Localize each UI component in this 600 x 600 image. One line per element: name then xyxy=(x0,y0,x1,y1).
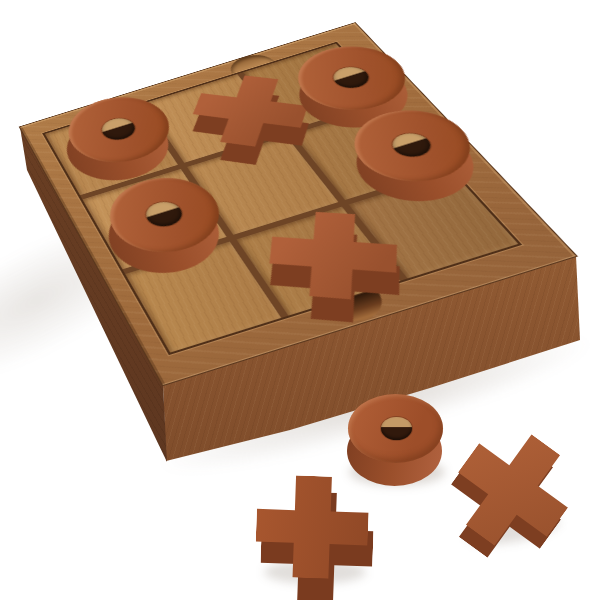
o-hole xyxy=(97,115,139,143)
o-hole xyxy=(328,63,375,91)
o-hole xyxy=(140,198,187,230)
o-hole xyxy=(381,417,412,440)
product-photo-scene xyxy=(0,0,600,600)
piece-top xyxy=(436,412,591,567)
loose-x-piece-left[interactable] xyxy=(258,476,370,586)
loose-x-piece-right[interactable] xyxy=(458,434,568,546)
piece-top xyxy=(348,394,443,463)
o-hole xyxy=(386,130,437,161)
